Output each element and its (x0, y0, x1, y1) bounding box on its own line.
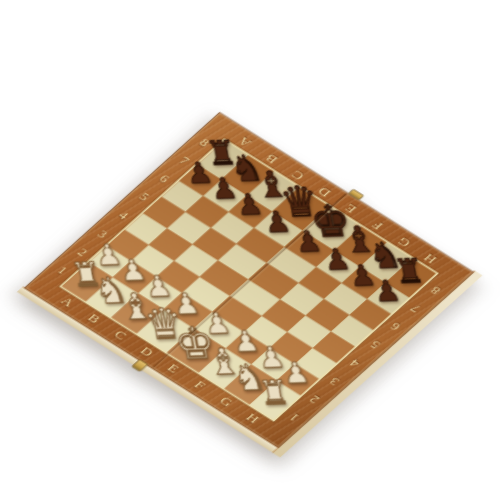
coordinate-label-1: 1 (54, 265, 69, 277)
white-rook: ♜ (256, 376, 291, 410)
coordinate-label-8: 8 (429, 283, 444, 295)
coordinate-label-6: 6 (388, 319, 403, 331)
black-pawn: ♟ (262, 207, 293, 237)
coordinate-label-4: 4 (347, 356, 362, 368)
coordinate-label-a: A (58, 295, 77, 310)
black-pawn: ♟ (372, 276, 403, 306)
product-photo-stage: ABCDEFGH ABCDEFGH 87654321 87654321 ♜♞♝♛… (0, 0, 500, 500)
coordinate-label-7: 7 (408, 301, 423, 313)
coordinate-label-c: C (111, 328, 129, 342)
chess-board: ABCDEFGH ABCDEFGH 87654321 87654321 ♜♞♝♛… (24, 112, 474, 448)
coordinate-label-3: 3 (327, 374, 342, 386)
coordinate-label-g: G (216, 394, 235, 409)
coordinate-label-h: H (243, 411, 262, 426)
coordinate-label-f: F (191, 378, 208, 392)
coordinate-label-2: 2 (307, 393, 322, 405)
coordinate-label-4: 4 (115, 210, 130, 222)
coordinate-label-1: 1 (286, 411, 301, 423)
coordinate-label-5: 5 (135, 192, 150, 204)
black-pawn: ♟ (293, 227, 324, 257)
coordinate-label-6: 6 (156, 173, 171, 185)
coordinate-label-5: 5 (368, 338, 383, 350)
coordinate-label-b: B (84, 311, 102, 325)
coordinate-label-h: H (421, 251, 440, 266)
board-frame: ABCDEFGH ABCDEFGH 87654321 87654321 ♜♞♝♛… (24, 112, 474, 448)
